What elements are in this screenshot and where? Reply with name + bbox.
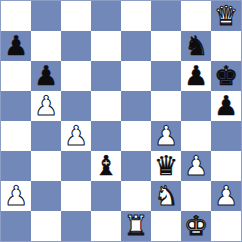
square-g7[interactable]: ♞ xyxy=(181,31,211,61)
square-c5[interactable] xyxy=(61,91,91,121)
square-a8[interactable] xyxy=(1,1,31,31)
square-f5[interactable] xyxy=(151,91,181,121)
white-pawn-g3[interactable]: ♟ xyxy=(184,151,208,181)
square-f4[interactable]: ♟ xyxy=(151,121,181,151)
white-pawn-c4[interactable]: ♟ xyxy=(64,121,88,151)
square-h6[interactable]: ♚ xyxy=(211,61,241,91)
square-h4[interactable] xyxy=(211,121,241,151)
black-pawn-h5[interactable]: ♟ xyxy=(214,91,238,121)
square-h8[interactable]: ♛ xyxy=(211,1,241,31)
square-e3[interactable] xyxy=(121,151,151,181)
square-c6[interactable] xyxy=(61,61,91,91)
square-g8[interactable] xyxy=(181,1,211,31)
black-queen-f3[interactable]: ♛ xyxy=(154,151,178,181)
square-c2[interactable] xyxy=(61,181,91,211)
black-knight-g7[interactable]: ♞ xyxy=(184,31,208,61)
square-a4[interactable] xyxy=(1,121,31,151)
square-f3[interactable]: ♛ xyxy=(151,151,181,181)
black-pawn-a7[interactable]: ♟ xyxy=(4,31,28,61)
square-g5[interactable] xyxy=(181,91,211,121)
white-pawn-f4[interactable]: ♟ xyxy=(154,121,178,151)
square-g1[interactable]: ♚ xyxy=(181,211,211,241)
square-b2[interactable] xyxy=(31,181,61,211)
square-a5[interactable] xyxy=(1,91,31,121)
square-d2[interactable] xyxy=(91,181,121,211)
square-e8[interactable] xyxy=(121,1,151,31)
square-b1[interactable] xyxy=(31,211,61,241)
square-h3[interactable] xyxy=(211,151,241,181)
square-b6[interactable]: ♟ xyxy=(31,61,61,91)
square-d1[interactable] xyxy=(91,211,121,241)
black-king-h6[interactable]: ♚ xyxy=(214,61,238,91)
black-pawn-g6[interactable]: ♟ xyxy=(184,61,208,91)
square-d7[interactable] xyxy=(91,31,121,61)
square-c4[interactable]: ♟ xyxy=(61,121,91,151)
square-h2[interactable]: ♟ xyxy=(211,181,241,211)
square-g3[interactable]: ♟ xyxy=(181,151,211,181)
white-pawn-a2[interactable]: ♟ xyxy=(4,181,28,211)
black-pawn-b6[interactable]: ♟ xyxy=(34,61,58,91)
square-c3[interactable] xyxy=(61,151,91,181)
square-c7[interactable] xyxy=(61,31,91,61)
square-e7[interactable] xyxy=(121,31,151,61)
square-f8[interactable] xyxy=(151,1,181,31)
square-c8[interactable] xyxy=(61,1,91,31)
square-a6[interactable] xyxy=(1,61,31,91)
square-b8[interactable] xyxy=(31,1,61,31)
white-pawn-b5[interactable]: ♟ xyxy=(34,91,58,121)
square-a2[interactable]: ♟ xyxy=(1,181,31,211)
square-e1[interactable]: ♜ xyxy=(121,211,151,241)
white-pawn-h2[interactable]: ♟ xyxy=(214,181,238,211)
square-g2[interactable] xyxy=(181,181,211,211)
square-f2[interactable]: ♞ xyxy=(151,181,181,211)
square-e2[interactable] xyxy=(121,181,151,211)
square-g4[interactable] xyxy=(181,121,211,151)
square-e4[interactable] xyxy=(121,121,151,151)
square-d4[interactable] xyxy=(91,121,121,151)
square-d8[interactable] xyxy=(91,1,121,31)
black-bishop-d3[interactable]: ♝ xyxy=(94,151,118,181)
square-c1[interactable] xyxy=(61,211,91,241)
square-h1[interactable] xyxy=(211,211,241,241)
white-queen-h8[interactable]: ♛ xyxy=(214,1,238,31)
square-e5[interactable] xyxy=(121,91,151,121)
square-b5[interactable]: ♟ xyxy=(31,91,61,121)
square-b4[interactable] xyxy=(31,121,61,151)
square-d3[interactable]: ♝ xyxy=(91,151,121,181)
square-b7[interactable] xyxy=(31,31,61,61)
square-a1[interactable] xyxy=(1,211,31,241)
square-f6[interactable] xyxy=(151,61,181,91)
square-b3[interactable] xyxy=(31,151,61,181)
square-a7[interactable]: ♟ xyxy=(1,31,31,61)
white-rook-e1[interactable]: ♜ xyxy=(124,211,148,241)
chess-board: ♛♟♞♟♟♚♟♟♟♟♝♛♟♟♞♟♜♚ xyxy=(0,0,242,242)
white-king-g1[interactable]: ♚ xyxy=(184,211,208,241)
square-f7[interactable] xyxy=(151,31,181,61)
square-a3[interactable] xyxy=(1,151,31,181)
white-knight-f2[interactable]: ♞ xyxy=(154,181,178,211)
square-d6[interactable] xyxy=(91,61,121,91)
square-h7[interactable] xyxy=(211,31,241,61)
square-f1[interactable] xyxy=(151,211,181,241)
square-g6[interactable]: ♟ xyxy=(181,61,211,91)
square-e6[interactable] xyxy=(121,61,151,91)
square-h5[interactable]: ♟ xyxy=(211,91,241,121)
square-d5[interactable] xyxy=(91,91,121,121)
